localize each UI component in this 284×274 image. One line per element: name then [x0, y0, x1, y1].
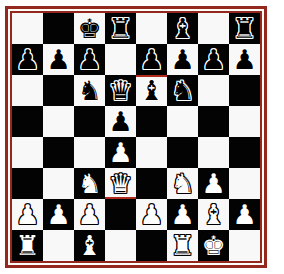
square-a1[interactable]: ♜ — [12, 230, 43, 261]
piece-black-pawn: ♟ — [170, 44, 194, 75]
square-c5[interactable] — [74, 106, 105, 137]
square-a6[interactable] — [12, 75, 43, 106]
square-g5[interactable] — [198, 106, 229, 137]
square-g3[interactable]: ♟ — [198, 168, 229, 199]
square-b8[interactable] — [43, 13, 74, 44]
square-b3[interactable] — [43, 168, 74, 199]
piece-white-rook: ♜ — [15, 230, 39, 261]
piece-black-pawn: ♟ — [15, 44, 39, 75]
piece-black-bishop: ♝ — [170, 13, 194, 44]
piece-black-pawn: ♟ — [139, 44, 163, 75]
square-c3[interactable]: ♞ — [74, 168, 105, 199]
square-f8[interactable]: ♝ — [167, 13, 198, 44]
square-h2[interactable]: ♟ — [229, 199, 260, 230]
square-f1[interactable]: ♜ — [167, 230, 198, 261]
piece-black-pawn: ♟ — [201, 44, 225, 75]
chess-board: ♚♜♝♜♟♟♟♟♟♟♟♞♛♝♞♟♟♞♛♞♟♟♟♟♟♟♝♟♜♝♜♚ — [12, 13, 260, 261]
square-g6[interactable] — [198, 75, 229, 106]
piece-black-queen: ♛ — [108, 75, 132, 106]
square-d1[interactable] — [105, 230, 136, 261]
board-frame-inner: ♚♜♝♜♟♟♟♟♟♟♟♞♛♝♞♟♟♞♛♞♟♟♟♟♟♟♝♟♜♝♜♚ — [10, 11, 262, 263]
piece-white-pawn: ♟ — [170, 199, 194, 230]
square-d8[interactable]: ♜ — [105, 13, 136, 44]
square-a4[interactable] — [12, 137, 43, 168]
piece-black-rook: ♜ — [108, 13, 132, 44]
piece-white-pawn: ♟ — [232, 199, 256, 230]
square-c6[interactable]: ♞ — [74, 75, 105, 106]
square-g2[interactable]: ♝ — [198, 199, 229, 230]
piece-black-king: ♚ — [77, 13, 101, 44]
square-a7[interactable]: ♟ — [12, 44, 43, 75]
square-e6[interactable]: ♝ — [136, 75, 167, 106]
piece-black-rook: ♜ — [232, 13, 256, 44]
square-f4[interactable] — [167, 137, 198, 168]
square-e7[interactable]: ♟ — [136, 44, 167, 75]
square-e2[interactable]: ♟ — [136, 199, 167, 230]
square-b1[interactable] — [43, 230, 74, 261]
board-frame-outer: ♚♜♝♜♟♟♟♟♟♟♟♞♛♝♞♟♟♞♛♞♟♟♟♟♟♟♝♟♜♝♜♚ — [5, 6, 267, 268]
piece-white-bishop: ♝ — [77, 230, 101, 261]
square-c7[interactable]: ♟ — [74, 44, 105, 75]
square-d6[interactable]: ♛ — [105, 75, 136, 106]
square-e5[interactable] — [136, 106, 167, 137]
square-f6[interactable]: ♞ — [167, 75, 198, 106]
square-b4[interactable] — [43, 137, 74, 168]
piece-white-rook: ♜ — [170, 230, 194, 261]
square-h7[interactable]: ♟ — [229, 44, 260, 75]
square-c2[interactable]: ♟ — [74, 199, 105, 230]
square-a2[interactable]: ♟ — [12, 199, 43, 230]
square-d7[interactable] — [105, 44, 136, 75]
square-d2[interactable] — [105, 199, 136, 230]
piece-black-pawn: ♟ — [232, 44, 256, 75]
square-b5[interactable] — [43, 106, 74, 137]
square-a3[interactable] — [12, 168, 43, 199]
square-f7[interactable]: ♟ — [167, 44, 198, 75]
piece-white-knight: ♞ — [170, 168, 194, 199]
piece-white-pawn: ♟ — [77, 199, 101, 230]
piece-white-pawn: ♟ — [108, 137, 132, 168]
piece-white-king: ♚ — [201, 230, 225, 261]
square-f3[interactable]: ♞ — [167, 168, 198, 199]
square-h4[interactable] — [229, 137, 260, 168]
square-a5[interactable] — [12, 106, 43, 137]
square-e8[interactable] — [136, 13, 167, 44]
piece-white-pawn: ♟ — [201, 168, 225, 199]
square-h1[interactable] — [229, 230, 260, 261]
piece-black-pawn: ♟ — [108, 106, 132, 137]
square-b2[interactable]: ♟ — [43, 199, 74, 230]
square-c4[interactable] — [74, 137, 105, 168]
square-d4[interactable]: ♟ — [105, 137, 136, 168]
piece-white-queen: ♛ — [108, 168, 132, 199]
piece-black-pawn: ♟ — [46, 44, 70, 75]
piece-white-pawn: ♟ — [15, 199, 39, 230]
square-f2[interactable]: ♟ — [167, 199, 198, 230]
square-a8[interactable] — [12, 13, 43, 44]
square-h8[interactable]: ♜ — [229, 13, 260, 44]
square-h6[interactable] — [229, 75, 260, 106]
square-d3[interactable]: ♛ — [105, 168, 136, 199]
square-b7[interactable]: ♟ — [43, 44, 74, 75]
piece-white-pawn: ♟ — [46, 199, 70, 230]
piece-white-pawn: ♟ — [139, 199, 163, 230]
square-d5[interactable]: ♟ — [105, 106, 136, 137]
square-e4[interactable] — [136, 137, 167, 168]
square-g1[interactable]: ♚ — [198, 230, 229, 261]
piece-white-knight: ♞ — [77, 168, 101, 199]
square-g7[interactable]: ♟ — [198, 44, 229, 75]
square-e3[interactable] — [136, 168, 167, 199]
piece-black-knight: ♞ — [77, 75, 101, 106]
square-b6[interactable] — [43, 75, 74, 106]
square-f5[interactable] — [167, 106, 198, 137]
square-c8[interactable]: ♚ — [74, 13, 105, 44]
square-g8[interactable] — [198, 13, 229, 44]
square-g4[interactable] — [198, 137, 229, 168]
piece-black-knight: ♞ — [170, 75, 194, 106]
square-e1[interactable] — [136, 230, 167, 261]
square-h3[interactable] — [229, 168, 260, 199]
square-c1[interactable]: ♝ — [74, 230, 105, 261]
piece-white-bishop: ♝ — [201, 199, 225, 230]
square-h5[interactable] — [229, 106, 260, 137]
piece-black-bishop: ♝ — [139, 75, 163, 106]
piece-black-pawn: ♟ — [77, 44, 101, 75]
